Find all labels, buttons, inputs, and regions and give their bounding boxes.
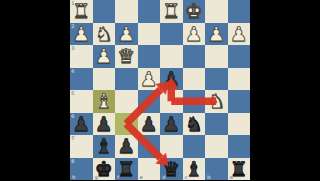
square-d1[interactable]: ♜ [160, 0, 183, 23]
piece-white-rook[interactable]: ♜ [70, 0, 93, 23]
square-h4[interactable]: 4 [70, 68, 93, 91]
square-a8[interactable]: a♜ [228, 158, 251, 181]
piece-black-queen[interactable]: ♛ [160, 158, 183, 181]
chess-board: 1♜♜♚2♟♞♟♟♟♟3♟♛4♟♟5♝♞6♟♟♟♟♞7♝♟8hg♚f♜ed♛c♝… [70, 0, 250, 180]
piece-black-pawn[interactable]: ♟ [160, 68, 183, 91]
square-b4[interactable] [205, 68, 228, 91]
piece-black-rook[interactable]: ♜ [115, 158, 138, 181]
square-a4[interactable] [228, 68, 251, 91]
square-b3[interactable] [205, 45, 228, 68]
piece-white-pawn[interactable]: ♟ [138, 68, 161, 91]
square-d7[interactable] [160, 135, 183, 158]
square-g7[interactable]: ♝ [93, 135, 116, 158]
square-b6[interactable] [205, 113, 228, 136]
square-h3[interactable]: 3 [70, 45, 93, 68]
square-e6[interactable]: ♟ [138, 113, 161, 136]
square-d6[interactable]: ♟ [160, 113, 183, 136]
piece-black-king[interactable]: ♚ [93, 158, 116, 181]
square-c8[interactable]: c♝ [183, 158, 206, 181]
square-a2[interactable]: ♟ [228, 23, 251, 46]
square-c7[interactable] [183, 135, 206, 158]
piece-white-pawn[interactable]: ♟ [183, 23, 206, 46]
square-e3[interactable] [138, 45, 161, 68]
square-b7[interactable] [205, 135, 228, 158]
piece-black-pawn[interactable]: ♟ [160, 113, 183, 136]
piece-white-knight[interactable]: ♞ [205, 90, 228, 113]
square-e1[interactable] [138, 0, 161, 23]
square-h5[interactable]: 5 [70, 90, 93, 113]
letterbox-left [0, 0, 70, 180]
square-b1[interactable] [205, 0, 228, 23]
piece-black-pawn[interactable]: ♟ [93, 113, 116, 136]
square-g1[interactable] [93, 0, 116, 23]
square-f2[interactable]: ♟ [115, 23, 138, 46]
square-f6[interactable] [115, 113, 138, 136]
square-b5[interactable]: ♞ [205, 90, 228, 113]
square-b2[interactable]: ♟ [205, 23, 228, 46]
piece-black-knight[interactable]: ♞ [183, 113, 206, 136]
piece-black-bishop[interactable]: ♝ [183, 158, 206, 181]
square-h8[interactable]: 8h [70, 158, 93, 181]
square-d4[interactable]: ♟ [160, 68, 183, 91]
file-label-e: e [140, 175, 143, 180]
square-f3[interactable]: ♛ [115, 45, 138, 68]
piece-black-bishop[interactable]: ♝ [93, 135, 116, 158]
file-label-h: h [72, 175, 76, 180]
square-e5[interactable] [138, 90, 161, 113]
square-d8[interactable]: d♛ [160, 158, 183, 181]
square-f7[interactable]: ♟ [115, 135, 138, 158]
square-g8[interactable]: g♚ [93, 158, 116, 181]
square-f5[interactable] [115, 90, 138, 113]
square-e8[interactable]: e [138, 158, 161, 181]
piece-white-pawn[interactable]: ♟ [115, 23, 138, 46]
square-g6[interactable]: ♟ [93, 113, 116, 136]
rank-label-7: 7 [71, 136, 74, 141]
square-e4[interactable]: ♟ [138, 68, 161, 91]
square-e2[interactable] [138, 23, 161, 46]
piece-white-bishop[interactable]: ♝ [93, 90, 116, 113]
piece-black-pawn[interactable]: ♟ [115, 135, 138, 158]
square-g2[interactable]: ♞ [93, 23, 116, 46]
letterbox-right [250, 0, 320, 180]
square-d5[interactable] [160, 90, 183, 113]
rank-label-8: 8 [71, 159, 74, 164]
rank-label-5: 5 [71, 91, 74, 96]
piece-black-rook[interactable]: ♜ [228, 158, 251, 181]
rank-label-4: 4 [71, 69, 74, 74]
file-label-b: b [207, 175, 211, 180]
video-frame: 1♜♜♚2♟♞♟♟♟♟3♟♛4♟♟5♝♞6♟♟♟♟♞7♝♟8hg♚f♜ed♛c♝… [0, 0, 320, 180]
piece-white-pawn[interactable]: ♟ [70, 23, 93, 46]
square-c5[interactable] [183, 90, 206, 113]
square-f8[interactable]: f♜ [115, 158, 138, 181]
square-g3[interactable]: ♟ [93, 45, 116, 68]
square-c6[interactable]: ♞ [183, 113, 206, 136]
square-c3[interactable] [183, 45, 206, 68]
square-h1[interactable]: 1♜ [70, 0, 93, 23]
piece-white-pawn[interactable]: ♟ [93, 45, 116, 68]
rank-label-3: 3 [71, 46, 74, 51]
square-h6[interactable]: 6♟ [70, 113, 93, 136]
piece-white-queen[interactable]: ♛ [115, 45, 138, 68]
piece-white-king[interactable]: ♚ [183, 0, 206, 23]
piece-white-rook[interactable]: ♜ [160, 0, 183, 23]
square-c4[interactable] [183, 68, 206, 91]
square-a3[interactable] [228, 45, 251, 68]
square-f1[interactable] [115, 0, 138, 23]
square-c1[interactable]: ♚ [183, 0, 206, 23]
piece-white-pawn[interactable]: ♟ [205, 23, 228, 46]
square-f4[interactable] [115, 68, 138, 91]
square-e7[interactable] [138, 135, 161, 158]
piece-black-pawn[interactable]: ♟ [70, 113, 93, 136]
square-a1[interactable] [228, 0, 251, 23]
square-d2[interactable] [160, 23, 183, 46]
square-b8[interactable]: b [205, 158, 228, 181]
square-d3[interactable] [160, 45, 183, 68]
square-g4[interactable] [93, 68, 116, 91]
square-a5[interactable] [228, 90, 251, 113]
square-a6[interactable] [228, 113, 251, 136]
piece-white-pawn[interactable]: ♟ [228, 23, 251, 46]
square-c2[interactable]: ♟ [183, 23, 206, 46]
square-h7[interactable]: 7 [70, 135, 93, 158]
square-h2[interactable]: 2♟ [70, 23, 93, 46]
piece-black-pawn[interactable]: ♟ [138, 113, 161, 136]
piece-white-knight[interactable]: ♞ [93, 23, 116, 46]
square-a7[interactable] [228, 135, 251, 158]
square-g5[interactable]: ♝ [93, 90, 116, 113]
